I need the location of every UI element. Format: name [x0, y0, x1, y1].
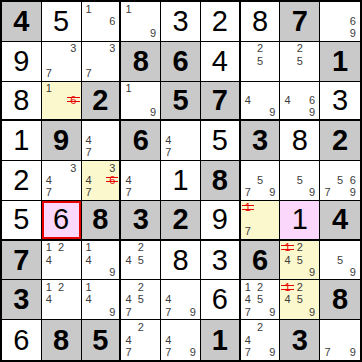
cell-r1c9[interactable]: 69	[320, 2, 360, 42]
candidate-grid: 16	[43, 83, 80, 119]
given-digit: 3	[133, 205, 149, 234]
candidate-4: 4	[242, 94, 254, 106]
struck-candidate-1: 1	[242, 202, 254, 214]
candidate-7: 7	[242, 187, 254, 199]
cell-r8c9[interactable]: 8	[320, 280, 360, 320]
struck-candidate-1: 1	[281, 281, 293, 293]
candidate-4: 4	[83, 294, 95, 306]
candidate-grid: 47	[83, 122, 119, 159]
candidate-9: 9	[306, 306, 318, 318]
candidate-grid: 124	[43, 281, 80, 318]
candidate-7: 7	[83, 67, 95, 79]
cell-r1c8[interactable]: 7	[280, 2, 320, 42]
candidate-4: 4	[122, 254, 134, 266]
candidate-6: 6	[106, 15, 118, 27]
cell-r1c6[interactable]: 2	[201, 2, 241, 42]
solved-digit: 1	[172, 166, 188, 195]
cell-r7c9[interactable]: 59	[320, 241, 360, 281]
given-digit: 6	[252, 246, 268, 275]
candidate-9: 9	[306, 187, 318, 199]
given-digit: 1	[332, 47, 348, 76]
solved-digit: 2	[212, 7, 228, 36]
candidate-9: 9	[346, 346, 359, 359]
cell-r3c2[interactable]: 16	[42, 82, 82, 122]
candidate-9: 9	[306, 106, 318, 118]
candidate-9: 9	[346, 266, 359, 278]
candidate-9: 9	[266, 346, 278, 359]
solved-digit: 9	[212, 205, 228, 234]
candidate-7: 7	[83, 187, 95, 199]
solved-digit: 8	[292, 126, 308, 155]
candidate-1: 1	[83, 3, 95, 15]
candidate-2: 2	[294, 281, 306, 293]
candidate-1: 1	[43, 242, 55, 254]
candidate-2: 2	[294, 43, 306, 55]
candidate-4: 4	[242, 294, 254, 306]
cell-r2c3[interactable]: 37	[82, 42, 122, 82]
given-digit: 8	[133, 47, 149, 76]
candidate-2: 2	[55, 242, 67, 254]
cell-r3c1[interactable]: 8	[2, 82, 42, 122]
candidate-4: 4	[162, 334, 174, 347]
candidate-7: 7	[122, 187, 134, 199]
candidate-grid: 149	[83, 242, 119, 279]
candidate-4: 4	[122, 334, 134, 347]
cell-r1c5[interactable]: 3	[161, 2, 201, 42]
candidate-5: 5	[294, 254, 306, 266]
cell-r8c2[interactable]: 124	[42, 280, 82, 320]
candidate-grid: 79	[321, 321, 359, 359]
cell-r4c4[interactable]: 6	[121, 121, 161, 161]
cell-r9c3[interactable]: 5	[82, 320, 122, 360]
cell-r9c2[interactable]: 8	[42, 320, 82, 360]
candidate-4: 4	[242, 334, 254, 347]
cell-r1c4[interactable]: 19	[121, 2, 161, 42]
candidate-grid: 2479	[242, 321, 279, 359]
candidate-grid: 19	[122, 3, 159, 40]
solved-digit: 6	[212, 285, 228, 314]
solved-digit: 3	[172, 7, 188, 36]
cell-r4c3[interactable]: 47	[82, 121, 122, 161]
given-digit: 5	[92, 326, 108, 355]
candidate-2: 2	[135, 281, 147, 293]
cell-r6c8[interactable]: 1	[280, 201, 320, 241]
cell-r4c2[interactable]: 9	[42, 121, 82, 161]
cell-r9c4[interactable]: 247	[121, 320, 161, 360]
candidate-4: 4	[162, 294, 174, 306]
cell-r9c1[interactable]: 6	[2, 320, 42, 360]
candidate-3: 3	[67, 43, 79, 55]
candidate-7: 7	[43, 67, 55, 79]
candidate-9: 9	[187, 346, 199, 359]
candidate-5: 5	[254, 55, 266, 67]
solved-digit: 3	[212, 246, 228, 275]
cell-r3c5[interactable]: 5	[161, 82, 201, 122]
candidate-grid: 149	[83, 281, 119, 318]
cell-r7c8[interactable]: 12459	[280, 241, 320, 281]
cell-r5c6[interactable]: 8	[201, 161, 241, 201]
candidate-4: 4	[281, 294, 293, 306]
candidate-2: 2	[254, 321, 266, 334]
candidate-9: 9	[266, 106, 278, 118]
cell-r6c9[interactable]: 4	[320, 201, 360, 241]
candidate-9: 9	[306, 266, 318, 278]
candidate-4: 4	[281, 254, 293, 266]
cell-r4c9[interactable]: 2	[320, 121, 360, 161]
candidate-2: 2	[135, 242, 147, 254]
candidate-1: 1	[83, 242, 95, 254]
candidate-grid: 59	[281, 162, 318, 199]
candidate-7: 7	[122, 346, 134, 359]
candidate-2: 2	[135, 321, 147, 334]
cell-r1c1[interactable]: 4	[2, 2, 42, 42]
cell-r4c7[interactable]: 3	[241, 121, 281, 161]
candidate-grid: 479	[162, 281, 199, 318]
cell-r7c7[interactable]: 6	[241, 241, 281, 281]
candidate-7: 7	[43, 187, 55, 199]
solved-digit: 6	[53, 205, 69, 234]
solved-digit: 9	[13, 47, 29, 76]
cell-r2c8[interactable]: 25	[280, 42, 320, 82]
candidate-grid: 579	[242, 162, 279, 199]
given-digit: 1	[212, 326, 228, 355]
cell-r4c1[interactable]: 1	[2, 121, 42, 161]
struck-candidate-1: 1	[281, 242, 293, 254]
candidate-5: 5	[334, 174, 347, 186]
candidate-9: 9	[106, 306, 118, 318]
candidate-7: 7	[321, 346, 334, 359]
candidate-2: 2	[55, 281, 67, 293]
given-digit: 8	[212, 166, 228, 195]
cell-r2c1[interactable]: 9	[2, 42, 42, 82]
candidate-9: 9	[147, 106, 159, 118]
given-digit: 4	[332, 205, 348, 234]
solved-digit: 4	[212, 47, 228, 76]
candidate-grid: 124579	[242, 281, 279, 318]
candidate-7: 7	[162, 306, 174, 318]
solved-digit: 5	[212, 126, 228, 155]
solved-digit: 8	[13, 86, 29, 115]
cell-r8c7[interactable]: 124579	[241, 280, 281, 320]
candidate-4: 4	[83, 135, 95, 147]
candidate-grid: 25	[281, 43, 318, 80]
cell-r1c7[interactable]: 8	[241, 2, 281, 42]
solved-digit: 5	[13, 205, 29, 234]
cell-r7c2[interactable]: 124	[42, 241, 82, 281]
solved-digit: 1	[13, 126, 29, 155]
given-digit: 3	[13, 285, 29, 314]
cell-r8c6[interactable]: 6	[201, 280, 241, 320]
given-digit: 7	[13, 246, 29, 275]
candidate-1: 1	[122, 83, 134, 95]
candidate-grid: 37	[43, 43, 80, 80]
candidate-4: 4	[43, 294, 55, 306]
candidate-1: 1	[43, 281, 55, 293]
cell-r7c4[interactable]: 245	[121, 241, 161, 281]
candidate-2: 2	[254, 281, 266, 293]
candidate-grid: 2457	[122, 281, 159, 318]
candidate-7: 7	[162, 346, 174, 359]
candidate-1: 1	[122, 3, 134, 15]
solved-digit: 1	[292, 205, 308, 234]
candidate-3: 3	[106, 162, 118, 174]
candidate-grid: 247	[122, 321, 159, 359]
candidate-4: 4	[162, 135, 174, 147]
cell-r1c3[interactable]: 16	[82, 2, 122, 42]
cell-r2c6[interactable]: 4	[201, 42, 241, 82]
cell-r8c8[interactable]: 12459	[280, 280, 320, 320]
candidate-grid: 69	[321, 3, 359, 40]
cell-r7c6[interactable]: 3	[201, 241, 241, 281]
cell-r2c4[interactable]: 8	[121, 42, 161, 82]
candidate-4: 4	[43, 174, 55, 186]
candidate-5: 5	[254, 294, 266, 306]
candidate-2: 2	[294, 242, 306, 254]
candidate-grid: 47	[162, 122, 199, 159]
cell-r4c6[interactable]: 5	[201, 121, 241, 161]
cell-r7c3[interactable]: 149	[82, 241, 122, 281]
candidate-1: 1	[83, 281, 95, 293]
candidate-7: 7	[122, 306, 134, 318]
candidate-grid: 59	[321, 242, 359, 279]
cell-r8c4[interactable]: 2457	[121, 280, 161, 320]
candidate-4: 4	[43, 254, 55, 266]
cell-r9c7[interactable]: 2479	[241, 320, 281, 360]
given-digit: 7	[292, 7, 308, 36]
solved-digit: 2	[13, 166, 29, 195]
candidate-grid: 3467	[83, 162, 119, 199]
candidate-9: 9	[346, 28, 359, 40]
candidate-grid: 5679	[321, 162, 359, 199]
cell-r5c5[interactable]: 1	[161, 161, 201, 201]
given-digit: 3	[252, 126, 268, 155]
candidate-5: 5	[294, 55, 306, 67]
sudoku-board: 4516193287699373786425251816219574946931…	[0, 0, 362, 362]
candidate-grid: 469	[281, 83, 318, 119]
cell-r2c5[interactable]: 6	[161, 42, 201, 82]
given-digit: 5	[172, 86, 188, 115]
cell-r2c2[interactable]: 37	[42, 42, 82, 82]
candidate-7: 7	[242, 306, 254, 318]
given-digit: 6	[172, 47, 188, 76]
given-digit: 2	[92, 86, 108, 115]
candidate-9: 9	[147, 28, 159, 40]
candidate-9: 9	[346, 187, 359, 199]
cell-r6c3[interactable]: 8	[82, 201, 122, 241]
cell-r5c9[interactable]: 5679	[320, 161, 360, 201]
candidate-grid: 245	[122, 242, 159, 279]
candidate-7: 7	[83, 147, 95, 159]
candidate-5: 5	[254, 174, 266, 186]
solved-digit: 6	[13, 326, 29, 355]
solved-digit: 8	[172, 246, 188, 275]
cell-r8c5[interactable]: 479	[161, 280, 201, 320]
given-digit: 6	[133, 126, 149, 155]
cell-r9c6[interactable]: 1	[201, 320, 241, 360]
candidate-7: 7	[321, 187, 334, 199]
cell-r8c1[interactable]: 3	[2, 280, 42, 320]
candidate-7: 7	[242, 346, 254, 359]
candidate-9: 9	[266, 306, 278, 318]
candidate-grid: 479	[162, 321, 199, 359]
candidate-5: 5	[294, 294, 306, 306]
cell-r4c5[interactable]: 47	[161, 121, 201, 161]
given-digit: 9	[53, 126, 69, 155]
candidate-grid: 347	[43, 162, 80, 199]
cell-r9c5[interactable]: 479	[161, 320, 201, 360]
given-digit: 8	[92, 205, 108, 234]
candidate-grid: 124	[43, 242, 80, 279]
given-digit: 2	[172, 205, 188, 234]
candidate-grid: 47	[122, 162, 159, 199]
cell-r5c4[interactable]: 47	[121, 161, 161, 201]
candidate-9: 9	[187, 306, 199, 318]
cell-r9c9[interactable]: 79	[320, 320, 360, 360]
candidate-grid: 49	[242, 83, 279, 119]
candidate-grid: 37	[83, 43, 119, 80]
candidate-9: 9	[266, 187, 278, 199]
cell-r8c3[interactable]: 149	[82, 280, 122, 320]
cell-r6c6[interactable]: 9	[201, 201, 241, 241]
candidate-6: 6	[346, 15, 359, 27]
candidate-6: 6	[346, 174, 359, 186]
solved-digit: 5	[53, 7, 69, 36]
candidate-5: 5	[135, 294, 147, 306]
cell-r3c9[interactable]: 3	[320, 82, 360, 122]
candidate-6: 6	[306, 94, 318, 106]
candidate-9: 9	[106, 266, 118, 278]
cell-r2c7[interactable]: 25	[241, 42, 281, 82]
candidate-3: 3	[106, 43, 118, 55]
cell-r4c8[interactable]: 8	[280, 121, 320, 161]
cell-r5c8[interactable]: 59	[280, 161, 320, 201]
cell-r6c2[interactable]: 6	[42, 201, 82, 241]
cell-r3c8[interactable]: 469	[280, 82, 320, 122]
cell-r7c5[interactable]: 8	[161, 241, 201, 281]
candidate-2: 2	[254, 43, 266, 55]
candidate-7: 7	[242, 226, 254, 238]
cell-r1c2[interactable]: 5	[42, 2, 82, 42]
cell-r9c8[interactable]: 3	[280, 320, 320, 360]
candidate-4: 4	[122, 174, 134, 186]
cell-r5c3[interactable]: 3467	[82, 161, 122, 201]
candidate-1: 1	[43, 83, 55, 95]
candidate-4: 4	[122, 294, 134, 306]
given-digit: 7	[212, 86, 228, 115]
struck-candidate-6: 6	[67, 94, 79, 106]
candidate-grid: 12459	[281, 242, 318, 279]
cell-r6c1[interactable]: 5	[2, 201, 42, 241]
cell-r6c7[interactable]: 17	[241, 201, 281, 241]
candidate-7: 7	[162, 147, 174, 159]
candidate-5: 5	[135, 254, 147, 266]
struck-candidate-6: 6	[106, 174, 118, 186]
candidate-grid: 12459	[281, 281, 318, 318]
candidate-1: 1	[242, 281, 254, 293]
cell-r3c4[interactable]: 19	[121, 82, 161, 122]
candidate-3: 3	[67, 162, 79, 174]
given-digit: 8	[53, 326, 69, 355]
cell-r3c6[interactable]: 7	[201, 82, 241, 122]
candidate-4: 4	[281, 94, 293, 106]
candidate-5: 5	[294, 174, 306, 186]
cell-r5c1[interactable]: 2	[2, 161, 42, 201]
given-digit: 8	[332, 285, 348, 314]
given-digit: 3	[292, 326, 308, 355]
given-digit: 2	[332, 126, 348, 155]
solved-digit: 8	[252, 7, 268, 36]
cell-r2c9[interactable]: 1	[320, 42, 360, 82]
candidate-grid: 19	[122, 83, 159, 119]
candidate-4: 4	[83, 254, 95, 266]
cell-r3c3[interactable]: 2	[82, 82, 122, 122]
candidate-grid: 25	[242, 43, 279, 80]
candidate-5: 5	[334, 254, 347, 266]
solved-digit: 3	[332, 86, 348, 115]
cell-r5c2[interactable]: 347	[42, 161, 82, 201]
cell-r7c1[interactable]: 7	[2, 241, 42, 281]
cell-r3c7[interactable]: 49	[241, 82, 281, 122]
cell-r5c7[interactable]: 579	[241, 161, 281, 201]
candidate-4: 4	[83, 174, 95, 186]
cell-r6c4[interactable]: 3	[121, 201, 161, 241]
given-digit: 4	[13, 7, 29, 36]
candidate-grid: 16	[83, 3, 119, 40]
cell-r6c5[interactable]: 2	[161, 201, 201, 241]
candidate-grid: 17	[242, 202, 279, 238]
